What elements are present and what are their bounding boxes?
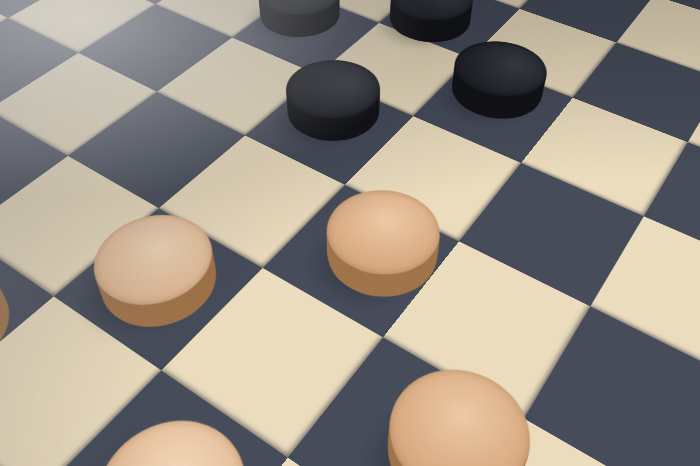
black-checker-piece [244, 0, 355, 49]
checkers-board-photo [0, 0, 700, 466]
wood-checker-piece [306, 200, 457, 317]
board-perspective-wrapper [0, 0, 700, 466]
black-checker-piece [269, 74, 396, 156]
black-checker-piece [436, 56, 556, 133]
square-r4c7 [590, 216, 700, 382]
checkers-board [0, 0, 700, 466]
